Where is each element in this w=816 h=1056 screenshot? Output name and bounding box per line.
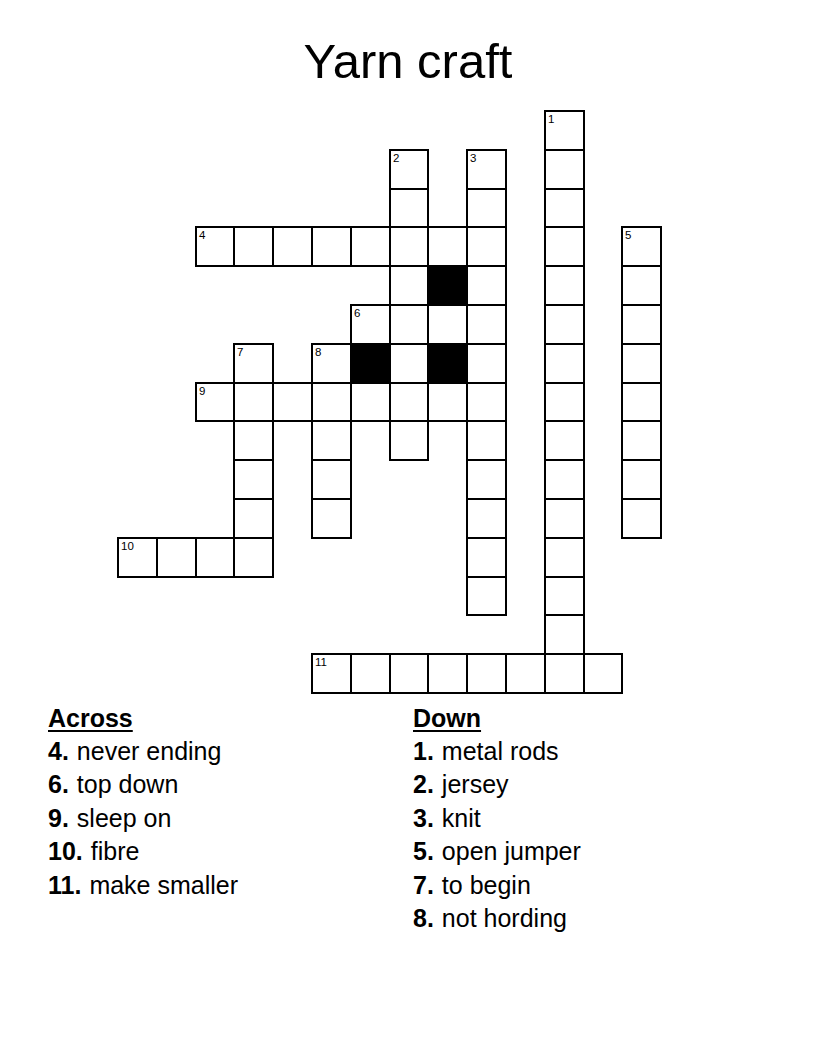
grid-cell[interactable] (621, 498, 662, 539)
across-clues-section: Across 4.never ending6.top down9.sleep o… (48, 701, 238, 902)
across-heading: Across (48, 701, 238, 735)
clue-number-label: 3. (413, 804, 434, 832)
grid-cell[interactable] (389, 420, 429, 461)
grid-cell[interactable] (621, 382, 662, 422)
cell-number: 5 (625, 230, 631, 242)
across-clue: 10.fibre (48, 835, 238, 868)
grid-cell[interactable] (389, 304, 429, 345)
grid-cell[interactable] (389, 343, 429, 384)
clue-text: fibre (91, 837, 140, 865)
grid-cell[interactable] (311, 459, 352, 500)
grid-cell[interactable] (466, 459, 507, 500)
grid-cell[interactable] (233, 498, 274, 539)
cell-number: 3 (470, 153, 476, 165)
cell-number: 2 (393, 153, 399, 165)
down-clue: 3.knit (413, 802, 581, 835)
clue-text: metal rods (442, 737, 559, 765)
grid-cell[interactable] (621, 265, 662, 306)
clue-text: to begin (442, 871, 531, 899)
grid-cell[interactable] (195, 537, 235, 578)
grid-cell[interactable] (544, 537, 585, 578)
grid-cell[interactable] (583, 653, 623, 694)
down-clue: 5.open jumper (413, 835, 581, 868)
clue-text: top down (77, 770, 178, 798)
clue-text: jersey (442, 770, 509, 798)
grid-cell[interactable] (311, 382, 352, 422)
clue-number-label: 2. (413, 770, 434, 798)
down-clue: 2.jersey (413, 768, 581, 801)
clue-text: knit (442, 804, 481, 832)
down-clue: 1.metal rods (413, 735, 581, 768)
grid-cell[interactable] (350, 226, 391, 267)
grid-cell[interactable] (621, 459, 662, 500)
grid-cell[interactable] (427, 226, 468, 267)
grid-cell[interactable] (311, 498, 352, 539)
grid-cell[interactable] (233, 459, 274, 500)
clue-number-label: 8. (413, 904, 434, 932)
grid-cell[interactable] (466, 226, 507, 267)
grid-cell[interactable] (466, 382, 507, 422)
grid-cell[interactable] (544, 420, 585, 461)
grid-cell[interactable] (621, 420, 662, 461)
grid-cell[interactable] (233, 382, 274, 422)
grid-cell[interactable] (427, 382, 468, 422)
down-clues-section: Down 1.metal rods2.jersey3.knit5.open ju… (413, 701, 581, 935)
clue-text: sleep on (77, 804, 172, 832)
black-cell (427, 343, 468, 384)
grid-cell[interactable] (272, 226, 313, 267)
grid-cell[interactable] (233, 226, 274, 267)
clue-text: not hording (442, 904, 567, 932)
grid-cell[interactable] (350, 653, 391, 694)
grid-cell[interactable] (427, 653, 468, 694)
grid-cell[interactable] (311, 226, 352, 267)
grid-cell[interactable] (466, 576, 507, 616)
grid-cell[interactable] (466, 188, 507, 228)
grid-cell[interactable] (544, 614, 585, 655)
grid-cell[interactable] (544, 576, 585, 616)
grid-cell[interactable] (544, 265, 585, 306)
grid-cell[interactable] (621, 343, 662, 384)
grid-cell[interactable] (544, 304, 585, 345)
clue-number-label: 4. (48, 737, 69, 765)
clue-text: never ending (77, 737, 222, 765)
grid-cell[interactable] (466, 537, 507, 578)
clue-number-label: 5. (413, 837, 434, 865)
clue-number-label: 9. (48, 804, 69, 832)
grid-cell[interactable] (621, 304, 662, 345)
down-clue: 7.to begin (413, 869, 581, 902)
grid-cell[interactable] (272, 382, 313, 422)
grid-cell[interactable] (544, 498, 585, 539)
puzzle-title: Yarn craft (0, 32, 816, 90)
grid-cell[interactable] (233, 537, 274, 578)
across-clue-list: 4.never ending6.top down9.sleep on10.fib… (48, 735, 238, 902)
cell-number: 4 (199, 230, 205, 242)
grid-cell[interactable] (389, 226, 429, 267)
down-heading: Down (413, 701, 581, 735)
grid-cell[interactable] (544, 149, 585, 190)
cell-number: 8 (315, 347, 321, 359)
grid-cell[interactable] (466, 420, 507, 461)
cell-number: 10 (121, 541, 134, 553)
clue-number-label: 6. (48, 770, 69, 798)
down-clue-list: 1.metal rods2.jersey3.knit5.open jumper7… (413, 735, 581, 935)
grid-cell[interactable] (350, 382, 391, 422)
cell-number: 7 (237, 347, 243, 359)
grid-cell[interactable] (233, 420, 274, 461)
cell-number: 1 (548, 114, 554, 126)
clue-number-label: 7. (413, 871, 434, 899)
grid-cell[interactable] (389, 188, 429, 228)
clue-number-label: 10. (48, 837, 83, 865)
cell-number: 11 (315, 657, 327, 669)
clue-text: open jumper (442, 837, 581, 865)
across-clue: 9.sleep on (48, 802, 238, 835)
black-cell (427, 265, 468, 306)
grid-cell[interactable] (544, 382, 585, 422)
cell-number: 9 (199, 386, 205, 398)
across-clue: 6.top down (48, 768, 238, 801)
grid-cell[interactable] (389, 265, 429, 306)
grid-cell[interactable] (156, 537, 197, 578)
black-cell (350, 343, 391, 384)
grid-cell[interactable] (505, 653, 546, 694)
grid-cell[interactable] (544, 188, 585, 228)
grid-cell[interactable] (466, 498, 507, 539)
grid-cell[interactable] (466, 653, 507, 694)
across-clue: 4.never ending (48, 735, 238, 768)
clue-number-label: 1. (413, 737, 434, 765)
grid-cell[interactable] (544, 343, 585, 384)
cell-number: 6 (354, 308, 360, 320)
grid-cell[interactable] (544, 459, 585, 500)
grid-cell[interactable] (389, 653, 429, 694)
grid-cell[interactable] (466, 343, 507, 384)
grid-cell[interactable] (389, 382, 429, 422)
grid-cell[interactable] (544, 226, 585, 267)
clue-text: make smaller (89, 871, 238, 899)
grid-cell[interactable] (466, 304, 507, 345)
grid-cell[interactable] (544, 653, 585, 694)
down-clue: 8.not hording (413, 902, 581, 935)
crossword-grid: 1234567891011 (117, 110, 662, 694)
grid-cell[interactable] (427, 304, 468, 345)
grid-cell[interactable] (466, 265, 507, 306)
grid-cell[interactable] (311, 420, 352, 461)
clue-number-label: 11. (48, 871, 81, 899)
across-clue: 11.make smaller (48, 869, 238, 902)
